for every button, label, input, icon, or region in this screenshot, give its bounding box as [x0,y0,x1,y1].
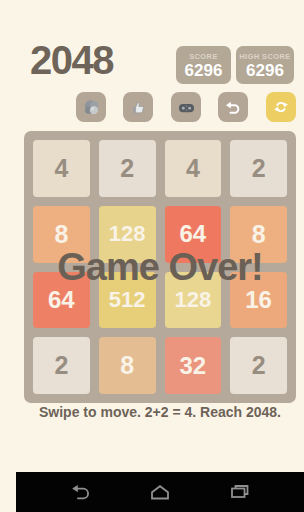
nav-recents-button[interactable] [226,480,252,504]
tile-r1c0: 8 [33,206,90,263]
tile-r1c2: 64 [165,206,222,263]
home-icon [147,480,173,504]
game-board[interactable]: 4 2 4 2 8 128 64 8 64 512 128 16 2 8 32 … [24,131,296,403]
tile-r0c1: 2 [99,140,156,197]
share-button[interactable] [76,92,106,122]
tile-r1c1: 128 [99,206,156,263]
tile-r3c2: 32 [165,337,222,394]
restart-icon [271,97,291,117]
nav-home-button[interactable] [147,480,173,504]
restart-button[interactable] [266,92,296,122]
tile-r3c0: 2 [33,337,90,394]
page-title: 2048 [30,38,113,83]
score-label: SCORE [189,52,218,61]
score-box: SCORE 6296 [176,46,231,84]
nav-back-button[interactable] [68,480,94,504]
score-value: 6296 [185,61,223,80]
tile-r3c3: 2 [230,337,287,394]
tile-r0c3: 2 [230,140,287,197]
recents-icon [226,480,252,504]
share-icon [81,97,101,117]
gamepad-icon [177,98,196,117]
tile-r2c0: 64 [33,272,90,329]
games-button[interactable] [171,92,201,122]
tile-r0c0: 4 [33,140,90,197]
like-button[interactable] [123,92,153,122]
high-score-value: 6296 [246,61,284,80]
instructions-text: Swipe to move. 2+2 = 4. Reach 2048. [16,404,304,420]
undo-button[interactable] [218,92,248,122]
tile-r0c2: 4 [165,140,222,197]
thumbs-up-icon [129,98,148,117]
high-score-label: HIGH SCORE [239,52,291,61]
tile-r1c3: 8 [230,206,287,263]
tile-r2c3: 16 [230,272,287,329]
app-screen: 2048 SCORE 6296 HIGH SCORE 6296 [16,0,304,512]
tile-r2c1: 512 [99,272,156,329]
back-icon [68,480,94,504]
high-score-box: HIGH SCORE 6296 [236,46,294,84]
tile-r2c2: 128 [165,272,222,329]
tile-r3c1: 8 [99,337,156,394]
undo-icon [223,97,243,117]
android-nav-bar [16,472,304,512]
